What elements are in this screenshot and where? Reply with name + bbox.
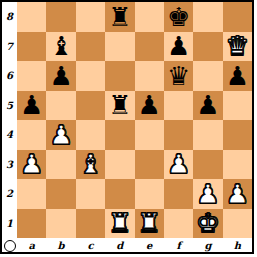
square-a7[interactable] [17, 32, 46, 62]
square-d8[interactable]: ♜ [105, 2, 134, 32]
black-pawn: ♟ [135, 91, 164, 121]
square-d2[interactable] [105, 179, 134, 209]
square-f2[interactable] [164, 179, 193, 209]
file-label-e: e [135, 238, 164, 252]
square-e1[interactable]: ♜ [135, 209, 164, 239]
square-c3[interactable]: ♝ [76, 150, 105, 180]
square-e5[interactable]: ♟ [135, 91, 164, 121]
white-to-move-indicator [4, 240, 16, 252]
square-d6[interactable] [105, 61, 134, 91]
square-h3[interactable] [223, 150, 252, 180]
rank-label-5: 5 [2, 91, 17, 121]
file-label-g: g [193, 238, 222, 252]
white-rook: ♜ [105, 209, 134, 239]
rank-label-8: 8 [2, 2, 17, 32]
white-pawn: ♟ [223, 179, 252, 209]
square-d7[interactable] [105, 32, 134, 62]
rank-label-4: 4 [2, 120, 17, 150]
white-queen: ♛ [223, 32, 252, 62]
square-c7[interactable] [76, 32, 105, 62]
square-c8[interactable] [76, 2, 105, 32]
square-e6[interactable] [135, 61, 164, 91]
white-king: ♚ [193, 209, 222, 239]
square-d5[interactable]: ♜ [105, 91, 134, 121]
square-a2[interactable] [17, 179, 46, 209]
square-b4[interactable]: ♟ [46, 120, 75, 150]
square-f6[interactable]: ♛ [164, 61, 193, 91]
square-g4[interactable] [193, 120, 222, 150]
square-c4[interactable] [76, 120, 105, 150]
square-a4[interactable] [17, 120, 46, 150]
square-f1[interactable] [164, 209, 193, 239]
file-label-a: a [17, 238, 46, 252]
black-pawn: ♟ [17, 91, 46, 121]
square-h8[interactable] [223, 2, 252, 32]
square-g5[interactable]: ♟ [193, 91, 222, 121]
square-c5[interactable] [76, 91, 105, 121]
rank-label-7: 7 [2, 32, 17, 62]
white-pawn: ♟ [193, 179, 222, 209]
file-labels: a b c d e f g h [17, 238, 252, 252]
file-label-h: h [223, 238, 252, 252]
square-h5[interactable] [223, 91, 252, 121]
black-king: ♚ [164, 2, 193, 32]
white-pawn: ♟ [46, 120, 75, 150]
chess-board-diagram: 8 7 6 5 4 3 2 1 ♜♚♝♟♛♟♛♟♟♜♟♟♟♟♝♟♟♟♜♜♚ a … [0, 0, 257, 257]
square-a6[interactable] [17, 61, 46, 91]
square-h7[interactable]: ♛ [223, 32, 252, 62]
square-h1[interactable] [223, 209, 252, 239]
square-b7[interactable]: ♝ [46, 32, 75, 62]
square-f3[interactable]: ♟ [164, 150, 193, 180]
square-g1[interactable]: ♚ [193, 209, 222, 239]
square-b6[interactable]: ♟ [46, 61, 75, 91]
rank-label-6: 6 [2, 61, 17, 91]
square-e2[interactable] [135, 179, 164, 209]
file-label-d: d [105, 238, 134, 252]
board-frame: 8 7 6 5 4 3 2 1 ♜♚♝♟♛♟♛♟♟♜♟♟♟♟♝♟♟♟♜♜♚ a … [0, 0, 254, 254]
file-label-c: c [76, 238, 105, 252]
square-g2[interactable]: ♟ [193, 179, 222, 209]
square-b2[interactable] [46, 179, 75, 209]
rank-label-3: 3 [2, 150, 17, 180]
square-f8[interactable]: ♚ [164, 2, 193, 32]
square-f7[interactable]: ♟ [164, 32, 193, 62]
rank-label-1: 1 [2, 209, 17, 239]
square-g8[interactable] [193, 2, 222, 32]
square-c1[interactable] [76, 209, 105, 239]
square-e4[interactable] [135, 120, 164, 150]
square-g6[interactable] [193, 61, 222, 91]
square-h2[interactable]: ♟ [223, 179, 252, 209]
square-c2[interactable] [76, 179, 105, 209]
square-a8[interactable] [17, 2, 46, 32]
square-e7[interactable] [135, 32, 164, 62]
square-g3[interactable] [193, 150, 222, 180]
square-b8[interactable] [46, 2, 75, 32]
black-pawn: ♟ [223, 61, 252, 91]
white-pawn: ♟ [17, 150, 46, 180]
square-g7[interactable] [193, 32, 222, 62]
square-h6[interactable]: ♟ [223, 61, 252, 91]
white-rook: ♜ [135, 209, 164, 239]
square-c6[interactable] [76, 61, 105, 91]
square-d1[interactable]: ♜ [105, 209, 134, 239]
file-label-f: f [164, 238, 193, 252]
square-a5[interactable]: ♟ [17, 91, 46, 121]
rank-labels: 8 7 6 5 4 3 2 1 [2, 2, 17, 238]
square-b1[interactable] [46, 209, 75, 239]
square-e8[interactable] [135, 2, 164, 32]
chess-board: ♜♚♝♟♛♟♛♟♟♜♟♟♟♟♝♟♟♟♜♜♚ [17, 2, 252, 238]
black-rook: ♜ [105, 91, 134, 121]
square-f5[interactable] [164, 91, 193, 121]
black-bishop: ♝ [46, 32, 75, 62]
square-f4[interactable] [164, 120, 193, 150]
black-pawn: ♟ [164, 32, 193, 62]
black-pawn: ♟ [193, 91, 222, 121]
square-a3[interactable]: ♟ [17, 150, 46, 180]
square-h4[interactable] [223, 120, 252, 150]
black-rook: ♜ [105, 2, 134, 32]
square-b3[interactable] [46, 150, 75, 180]
white-pawn: ♟ [164, 150, 193, 180]
rank-label-2: 2 [2, 179, 17, 209]
square-a1[interactable] [17, 209, 46, 239]
file-label-b: b [46, 238, 75, 252]
black-queen: ♛ [164, 61, 193, 91]
square-d3[interactable] [105, 150, 134, 180]
square-e3[interactable] [135, 150, 164, 180]
black-pawn: ♟ [46, 61, 75, 91]
square-b5[interactable] [46, 91, 75, 121]
square-d4[interactable] [105, 120, 134, 150]
white-bishop: ♝ [76, 150, 105, 180]
